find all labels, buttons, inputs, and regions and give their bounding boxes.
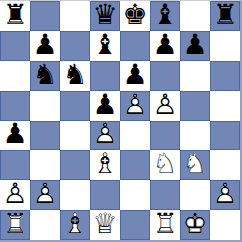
square-a4[interactable]: ♟ [0,121,30,151]
black-piece-body: ♛ [90,0,120,30]
square-e8[interactable]: ♚ [120,1,150,31]
square-f4[interactable] [150,121,180,151]
white-pawn-icon[interactable]: ♟♙ [0,180,30,210]
white-piece-outline: ♖ [0,209,30,239]
black-piece-body: ♟ [150,30,180,60]
square-a2[interactable]: ♟♙ [0,180,30,210]
black-piece-body: ♞ [30,60,60,90]
white-bishop-icon[interactable]: ♝♗ [60,210,90,240]
square-b8[interactable] [30,1,60,31]
square-b4[interactable] [30,121,60,151]
square-d4[interactable]: ♟♙ [90,121,120,151]
square-d7[interactable]: ♝ [90,31,120,61]
white-piece-outline: ♖ [150,209,180,239]
black-rook-icon[interactable]: ♜ [0,1,30,31]
black-pawn-icon[interactable]: ♟ [0,121,30,151]
white-pawn-icon[interactable]: ♟♙ [150,91,180,121]
square-a5[interactable] [0,91,30,121]
white-queen-icon[interactable]: ♛♕ [90,210,120,240]
chess-board-frame: ♜♛♚♝♜♟♝♟♟♞♞♟♟♟♙♟♙♟♟♙♝♗♞♘♞♘♟♙♟♙♟♙♜♖♝♗♛♕♜♖… [0,0,242,242]
square-d3[interactable]: ♝♗ [90,150,120,180]
square-c5[interactable] [60,91,90,121]
square-g2[interactable] [180,180,210,210]
square-h2[interactable]: ♟♙ [210,180,240,210]
white-knight-icon[interactable]: ♞♘ [180,150,210,180]
square-f8[interactable]: ♝ [150,1,180,31]
square-a6[interactable] [0,61,30,91]
square-h1[interactable] [210,210,240,240]
white-piece-outline: ♙ [150,90,180,120]
square-h6[interactable] [210,61,240,91]
white-rook-icon[interactable]: ♜♖ [150,210,180,240]
white-piece-outline: ♔ [180,209,210,239]
square-e2[interactable] [120,180,150,210]
white-king-icon[interactable]: ♚♔ [180,210,210,240]
black-rook-icon[interactable]: ♜ [210,1,240,31]
black-pawn-icon[interactable]: ♟ [120,61,150,91]
white-rook-icon[interactable]: ♜♖ [0,210,30,240]
white-bishop-icon[interactable]: ♝♗ [90,150,120,180]
black-pawn-icon[interactable]: ♟ [90,91,120,121]
square-d2[interactable] [90,180,120,210]
square-h3[interactable] [210,150,240,180]
square-g8[interactable] [180,1,210,31]
white-piece-outline: ♙ [0,179,30,209]
square-h5[interactable] [210,91,240,121]
black-piece-body: ♟ [180,30,210,60]
square-f5[interactable]: ♟♙ [150,91,180,121]
square-e3[interactable] [120,150,150,180]
square-g1[interactable]: ♚♔ [180,210,210,240]
square-g7[interactable]: ♟ [180,31,210,61]
square-b5[interactable] [30,91,60,121]
square-b6[interactable]: ♞ [30,61,60,91]
square-d5[interactable]: ♟ [90,91,120,121]
square-d8[interactable]: ♛ [90,1,120,31]
square-b7[interactable]: ♟ [30,31,60,61]
square-a1[interactable]: ♜♖ [0,210,30,240]
black-piece-body: ♝ [150,0,180,30]
square-g3[interactable]: ♞♘ [180,150,210,180]
square-d1[interactable]: ♛♕ [90,210,120,240]
square-g4[interactable] [180,121,210,151]
square-c3[interactable] [60,150,90,180]
square-h8[interactable]: ♜ [210,1,240,31]
chess-board: ♜♛♚♝♜♟♝♟♟♞♞♟♟♟♙♟♙♟♟♙♝♗♞♘♞♘♟♙♟♙♟♙♜♖♝♗♛♕♜♖… [0,1,240,240]
square-e5[interactable]: ♟♙ [120,91,150,121]
square-b2[interactable]: ♟♙ [30,180,60,210]
square-e1[interactable] [120,210,150,240]
white-piece-outline: ♙ [210,179,240,209]
black-piece-body: ♝ [90,30,120,60]
black-piece-body: ♞ [60,60,90,90]
black-bishop-icon[interactable]: ♝ [90,31,120,61]
white-piece-outline: ♘ [150,149,180,179]
black-pawn-icon[interactable]: ♟ [30,31,60,61]
black-piece-body: ♟ [120,60,150,90]
black-knight-icon[interactable]: ♞ [30,61,60,91]
white-piece-outline: ♗ [90,149,120,179]
white-knight-icon[interactable]: ♞♘ [150,150,180,180]
square-b3[interactable] [30,150,60,180]
white-piece-outline: ♘ [180,149,210,179]
square-e7[interactable] [120,31,150,61]
white-piece-outline: ♕ [90,209,120,239]
square-d6[interactable] [90,61,120,91]
black-pawn-icon[interactable]: ♟ [150,31,180,61]
black-knight-icon[interactable]: ♞ [60,61,90,91]
square-a3[interactable] [0,150,30,180]
black-piece-body: ♟ [90,90,120,120]
square-f2[interactable] [150,180,180,210]
square-h7[interactable] [210,31,240,61]
square-c7[interactable] [60,31,90,61]
white-pawn-icon[interactable]: ♟♙ [90,121,120,151]
square-f6[interactable] [150,61,180,91]
square-c1[interactable]: ♝♗ [60,210,90,240]
white-pawn-icon[interactable]: ♟♙ [120,91,150,121]
square-e4[interactable] [120,121,150,151]
square-g5[interactable] [180,91,210,121]
square-b1[interactable] [30,210,60,240]
square-c6[interactable]: ♞ [60,61,90,91]
black-piece-body: ♟ [30,30,60,60]
black-king-icon[interactable]: ♚ [120,1,150,31]
square-a8[interactable]: ♜ [0,1,30,31]
square-a7[interactable] [0,31,30,61]
black-piece-body: ♚ [120,0,150,30]
white-piece-outline: ♗ [60,209,90,239]
black-pawn-icon[interactable]: ♟ [180,31,210,61]
white-piece-outline: ♙ [30,179,60,209]
white-piece-outline: ♙ [120,90,150,120]
white-pawn-icon[interactable]: ♟♙ [210,180,240,210]
square-c4[interactable] [60,121,90,151]
square-c8[interactable] [60,1,90,31]
square-c2[interactable] [60,180,90,210]
black-piece-body: ♟ [0,120,30,150]
black-piece-body: ♜ [0,0,30,30]
square-f1[interactable]: ♜♖ [150,210,180,240]
square-h4[interactable] [210,121,240,151]
black-piece-body: ♜ [210,0,240,30]
square-g6[interactable] [180,61,210,91]
black-bishop-icon[interactable]: ♝ [150,1,180,31]
white-pawn-icon[interactable]: ♟♙ [30,180,60,210]
black-queen-icon[interactable]: ♛ [90,1,120,31]
white-piece-outline: ♙ [90,120,120,150]
square-f7[interactable]: ♟ [150,31,180,61]
square-e6[interactable]: ♟ [120,61,150,91]
square-f3[interactable]: ♞♘ [150,150,180,180]
